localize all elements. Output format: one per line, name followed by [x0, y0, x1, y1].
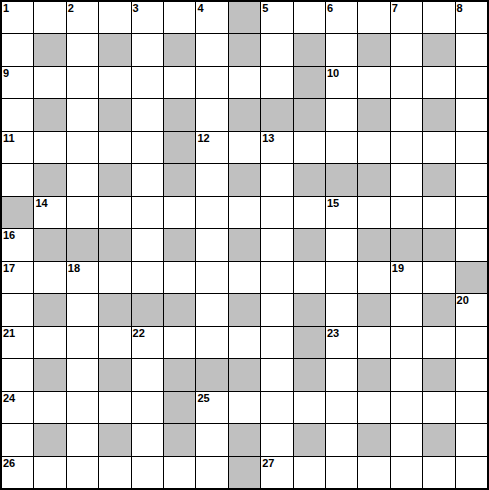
open-cell-r14c9[interactable] [294, 457, 325, 488]
blocked-cell-r11c3 [99, 359, 130, 390]
open-cell-r12c1[interactable] [34, 392, 65, 423]
blocked-cell-r9c3 [99, 294, 130, 325]
open-cell-r1c12[interactable] [391, 34, 422, 65]
open-cell-r6c6[interactable] [196, 197, 227, 228]
blocked-cell-r3c1 [34, 99, 65, 130]
open-cell-r7c10[interactable] [326, 229, 357, 260]
blocked-cell-r3c9 [294, 99, 325, 130]
blocked-cell-r13c1 [34, 424, 65, 455]
open-cell-r6c1[interactable]: 14 [34, 197, 65, 228]
blocked-cell-r9c9 [294, 294, 325, 325]
open-cell-r4c13[interactable] [423, 132, 454, 163]
open-cell-r9c2[interactable] [67, 294, 98, 325]
open-cell-r6c8[interactable] [261, 197, 292, 228]
open-cell-r4c4[interactable] [132, 132, 163, 163]
open-cell-r0c0[interactable]: 1 [2, 2, 33, 33]
blocked-cell-r8c14 [456, 262, 487, 293]
open-cell-r0c5[interactable] [164, 2, 195, 33]
open-cell-r8c0[interactable]: 17 [2, 262, 33, 293]
open-cell-r14c6[interactable] [196, 457, 227, 488]
open-cell-r1c8[interactable] [261, 34, 292, 65]
blocked-cell-r5c3 [99, 164, 130, 195]
blocked-cell-r11c1 [34, 359, 65, 390]
clue-number-20: 20 [457, 294, 469, 306]
open-cell-r1c0[interactable] [2, 34, 33, 65]
open-cell-r12c6[interactable]: 25 [196, 392, 227, 423]
open-cell-r13c12[interactable] [391, 424, 422, 455]
open-cell-r1c10[interactable] [326, 34, 357, 65]
open-cell-r5c12[interactable] [391, 164, 422, 195]
open-cell-r9c10[interactable] [326, 294, 357, 325]
open-cell-r10c4[interactable]: 22 [132, 327, 163, 358]
open-cell-r10c2[interactable] [67, 327, 98, 358]
blocked-cell-r6c0 [2, 197, 33, 228]
open-cell-r11c10[interactable] [326, 359, 357, 390]
blocked-cell-r9c7 [229, 294, 260, 325]
open-cell-r8c6[interactable] [196, 262, 227, 293]
open-cell-r6c3[interactable] [99, 197, 130, 228]
open-cell-r5c0[interactable] [2, 164, 33, 195]
open-cell-r8c13[interactable] [423, 262, 454, 293]
open-cell-r10c7[interactable] [229, 327, 260, 358]
clue-number-9: 9 [3, 67, 9, 79]
open-cell-r4c6[interactable]: 12 [196, 132, 227, 163]
open-cell-r0c14[interactable]: 8 [456, 2, 487, 33]
open-cell-r2c8[interactable] [261, 67, 292, 98]
open-cell-r2c7[interactable] [229, 67, 260, 98]
open-cell-r12c3[interactable] [99, 392, 130, 423]
open-cell-r8c10[interactable] [326, 262, 357, 293]
clue-number-25: 25 [197, 392, 209, 404]
open-cell-r0c1[interactable] [34, 2, 65, 33]
open-cell-r10c5[interactable] [164, 327, 195, 358]
clue-number-23: 23 [327, 327, 339, 339]
blocked-cell-r3c7 [229, 99, 260, 130]
open-cell-r8c12[interactable]: 19 [391, 262, 422, 293]
blocked-cell-r13c5 [164, 424, 195, 455]
open-cell-r10c8[interactable] [261, 327, 292, 358]
open-cell-r9c12[interactable] [391, 294, 422, 325]
open-cell-r8c1[interactable] [34, 262, 65, 293]
clue-number-15: 15 [327, 197, 339, 209]
open-cell-r10c6[interactable] [196, 327, 227, 358]
blocked-cell-r13c7 [229, 424, 260, 455]
open-cell-r2c3[interactable] [99, 67, 130, 98]
open-cell-r6c9[interactable] [294, 197, 325, 228]
open-cell-r5c2[interactable] [67, 164, 98, 195]
open-cell-r6c5[interactable] [164, 197, 195, 228]
open-cell-r6c4[interactable] [132, 197, 163, 228]
blocked-cell-r4c5 [164, 132, 195, 163]
crossword-grid: 1234567891011121314151617181920212223242… [0, 0, 489, 490]
open-cell-r5c4[interactable] [132, 164, 163, 195]
blocked-cell-r7c2 [67, 229, 98, 260]
open-cell-r7c4[interactable] [132, 229, 163, 260]
clue-number-22: 22 [133, 327, 145, 339]
clue-number-5: 5 [262, 2, 268, 14]
open-cell-r0c12[interactable]: 7 [391, 2, 422, 33]
open-cell-r13c6[interactable] [196, 424, 227, 455]
clue-number-13: 13 [262, 132, 274, 144]
open-cell-r14c8[interactable]: 27 [261, 457, 292, 488]
open-cell-r4c2[interactable] [67, 132, 98, 163]
open-cell-r10c11[interactable] [358, 327, 389, 358]
blocked-cell-r5c9 [294, 164, 325, 195]
open-cell-r1c14[interactable] [456, 34, 487, 65]
open-cell-r9c6[interactable] [196, 294, 227, 325]
open-cell-r9c8[interactable] [261, 294, 292, 325]
open-cell-r2c13[interactable] [423, 67, 454, 98]
open-cell-r13c8[interactable] [261, 424, 292, 455]
open-cell-r0c11[interactable] [358, 2, 389, 33]
clue-number-7: 7 [392, 2, 398, 14]
open-cell-r12c8[interactable] [261, 392, 292, 423]
blocked-cell-r13c13 [423, 424, 454, 455]
open-cell-r14c11[interactable] [358, 457, 389, 488]
open-cell-r12c4[interactable] [132, 392, 163, 423]
open-cell-r13c14[interactable] [456, 424, 487, 455]
open-cell-r0c8[interactable]: 5 [261, 2, 292, 33]
open-cell-r12c9[interactable] [294, 392, 325, 423]
open-cell-r3c12[interactable] [391, 99, 422, 130]
open-cell-r8c2[interactable]: 18 [67, 262, 98, 293]
open-cell-r6c7[interactable] [229, 197, 260, 228]
blocked-cell-r11c6 [196, 359, 227, 390]
blocked-cell-r11c11 [358, 359, 389, 390]
open-cell-r8c11[interactable] [358, 262, 389, 293]
open-cell-r8c8[interactable] [261, 262, 292, 293]
open-cell-r2c10[interactable]: 10 [326, 67, 357, 98]
clue-number-16: 16 [3, 229, 15, 241]
open-cell-r2c6[interactable] [196, 67, 227, 98]
open-cell-r4c7[interactable] [229, 132, 260, 163]
open-cell-r2c1[interactable] [34, 67, 65, 98]
open-cell-r3c2[interactable] [67, 99, 98, 130]
blocked-cell-r5c7 [229, 164, 260, 195]
open-cell-r4c9[interactable] [294, 132, 325, 163]
blocked-cell-r2c9 [294, 67, 325, 98]
open-cell-r2c4[interactable] [132, 67, 163, 98]
open-cell-r10c1[interactable] [34, 327, 65, 358]
blocked-cell-r3c11 [358, 99, 389, 130]
open-cell-r0c2[interactable]: 2 [67, 2, 98, 33]
open-cell-r10c0[interactable]: 21 [2, 327, 33, 358]
open-cell-r3c0[interactable] [2, 99, 33, 130]
blocked-cell-r9c13 [423, 294, 454, 325]
open-cell-r14c10[interactable] [326, 457, 357, 488]
open-cell-r4c11[interactable] [358, 132, 389, 163]
blocked-cell-r13c3 [99, 424, 130, 455]
open-cell-r11c12[interactable] [391, 359, 422, 390]
blocked-cell-r7c1 [34, 229, 65, 260]
open-cell-r0c10[interactable]: 6 [326, 2, 357, 33]
open-cell-r14c2[interactable] [67, 457, 98, 488]
open-cell-r1c4[interactable] [132, 34, 163, 65]
blocked-cell-r3c8 [261, 99, 292, 130]
clue-number-19: 19 [392, 262, 404, 274]
blocked-cell-r1c13 [423, 34, 454, 65]
open-cell-r12c13[interactable] [423, 392, 454, 423]
open-cell-r1c2[interactable] [67, 34, 98, 65]
clue-number-18: 18 [68, 262, 80, 274]
open-cell-r10c12[interactable] [391, 327, 422, 358]
open-cell-r11c14[interactable] [456, 359, 487, 390]
open-cell-r6c2[interactable] [67, 197, 98, 228]
open-cell-r11c8[interactable] [261, 359, 292, 390]
blocked-cell-r9c11 [358, 294, 389, 325]
clue-number-2: 2 [68, 2, 74, 14]
clue-number-24: 24 [3, 392, 15, 404]
open-cell-r1c6[interactable] [196, 34, 227, 65]
blocked-cell-r9c4 [132, 294, 163, 325]
clue-number-17: 17 [3, 262, 15, 274]
blocked-cell-r5c5 [164, 164, 195, 195]
blocked-cell-r11c7 [229, 359, 260, 390]
blocked-cell-r1c1 [34, 34, 65, 65]
open-cell-r12c11[interactable] [358, 392, 389, 423]
blocked-cell-r7c5 [164, 229, 195, 260]
open-cell-r9c14[interactable]: 20 [456, 294, 487, 325]
blocked-cell-r0c7 [229, 2, 260, 33]
open-cell-r12c2[interactable] [67, 392, 98, 423]
blocked-cell-r14c7 [229, 457, 260, 488]
open-cell-r0c4[interactable]: 3 [132, 2, 163, 33]
clue-number-6: 6 [327, 2, 333, 14]
clue-number-12: 12 [197, 132, 209, 144]
open-cell-r6c14[interactable] [456, 197, 487, 228]
open-cell-r2c11[interactable] [358, 67, 389, 98]
open-cell-r10c14[interactable] [456, 327, 487, 358]
blocked-cell-r1c5 [164, 34, 195, 65]
open-cell-r12c7[interactable] [229, 392, 260, 423]
open-cell-r6c11[interactable] [358, 197, 389, 228]
open-cell-r8c5[interactable] [164, 262, 195, 293]
blocked-cell-r7c7 [229, 229, 260, 260]
blocked-cell-r11c5 [164, 359, 195, 390]
blocked-cell-r5c11 [358, 164, 389, 195]
open-cell-r0c3[interactable] [99, 2, 130, 33]
open-cell-r5c14[interactable] [456, 164, 487, 195]
open-cell-r14c4[interactable] [132, 457, 163, 488]
open-cell-r8c7[interactable] [229, 262, 260, 293]
open-cell-r3c10[interactable] [326, 99, 357, 130]
open-cell-r8c4[interactable] [132, 262, 163, 293]
clue-number-4: 4 [197, 2, 203, 14]
blocked-cell-r7c3 [99, 229, 130, 260]
open-cell-r4c12[interactable] [391, 132, 422, 163]
blocked-cell-r11c13 [423, 359, 454, 390]
open-cell-r14c12[interactable] [391, 457, 422, 488]
blocked-cell-r7c11 [358, 229, 389, 260]
clue-number-27: 27 [262, 457, 274, 469]
open-cell-r13c2[interactable] [67, 424, 98, 455]
clue-number-3: 3 [133, 2, 139, 14]
open-cell-r4c1[interactable] [34, 132, 65, 163]
clue-number-8: 8 [457, 2, 463, 14]
open-cell-r7c8[interactable] [261, 229, 292, 260]
blocked-cell-r3c13 [423, 99, 454, 130]
open-cell-r0c13[interactable] [423, 2, 454, 33]
open-cell-r4c3[interactable] [99, 132, 130, 163]
open-cell-r7c14[interactable] [456, 229, 487, 260]
open-cell-r12c12[interactable] [391, 392, 422, 423]
blocked-cell-r10c9 [294, 327, 325, 358]
open-cell-r6c13[interactable] [423, 197, 454, 228]
open-cell-r14c0[interactable]: 26 [2, 457, 33, 488]
open-cell-r7c0[interactable]: 16 [2, 229, 33, 260]
blocked-cell-r1c9 [294, 34, 325, 65]
open-cell-r6c10[interactable]: 15 [326, 197, 357, 228]
open-cell-r14c1[interactable] [34, 457, 65, 488]
open-cell-r8c9[interactable] [294, 262, 325, 293]
open-cell-r0c9[interactable] [294, 2, 325, 33]
open-cell-r4c0[interactable]: 11 [2, 132, 33, 163]
blocked-cell-r1c3 [99, 34, 130, 65]
blocked-cell-r13c11 [358, 424, 389, 455]
blocked-cell-r7c12 [391, 229, 422, 260]
open-cell-r10c3[interactable] [99, 327, 130, 358]
open-cell-r13c4[interactable] [132, 424, 163, 455]
open-cell-r8c3[interactable] [99, 262, 130, 293]
open-cell-r13c0[interactable] [2, 424, 33, 455]
blocked-cell-r1c7 [229, 34, 260, 65]
open-cell-r4c8[interactable]: 13 [261, 132, 292, 163]
open-cell-r2c12[interactable] [391, 67, 422, 98]
open-cell-r2c5[interactable] [164, 67, 195, 98]
blocked-cell-r7c13 [423, 229, 454, 260]
open-cell-r12c14[interactable] [456, 392, 487, 423]
open-cell-r9c0[interactable] [2, 294, 33, 325]
blocked-cell-r7c9 [294, 229, 325, 260]
blocked-cell-r13c9 [294, 424, 325, 455]
open-cell-r14c3[interactable] [99, 457, 130, 488]
blocked-cell-r12c5 [164, 392, 195, 423]
open-cell-r2c2[interactable] [67, 67, 98, 98]
clue-number-11: 11 [3, 132, 15, 144]
clue-number-1: 1 [3, 2, 9, 14]
open-cell-r5c6[interactable] [196, 164, 227, 195]
clue-number-14: 14 [35, 197, 47, 209]
blocked-cell-r9c1 [34, 294, 65, 325]
open-cell-r2c0[interactable]: 9 [2, 67, 33, 98]
open-cell-r13c10[interactable] [326, 424, 357, 455]
open-cell-r12c10[interactable] [326, 392, 357, 423]
blocked-cell-r11c9 [294, 359, 325, 390]
blocked-cell-r5c13 [423, 164, 454, 195]
open-cell-r11c4[interactable] [132, 359, 163, 390]
open-cell-r3c4[interactable] [132, 99, 163, 130]
clue-number-21: 21 [3, 327, 15, 339]
open-cell-r10c13[interactable] [423, 327, 454, 358]
open-cell-r3c6[interactable] [196, 99, 227, 130]
open-cell-r14c13[interactable] [423, 457, 454, 488]
open-cell-r2c14[interactable] [456, 67, 487, 98]
blocked-cell-r9c5 [164, 294, 195, 325]
open-cell-r12c0[interactable]: 24 [2, 392, 33, 423]
open-cell-r14c14[interactable] [456, 457, 487, 488]
clue-number-26: 26 [3, 457, 15, 469]
blocked-cell-r5c10 [326, 164, 357, 195]
open-cell-r0c6[interactable]: 4 [196, 2, 227, 33]
blocked-cell-r1c11 [358, 34, 389, 65]
open-cell-r11c0[interactable] [2, 359, 33, 390]
blocked-cell-r3c5 [164, 99, 195, 130]
open-cell-r3c14[interactable] [456, 99, 487, 130]
open-cell-r14c5[interactable] [164, 457, 195, 488]
blocked-cell-r5c1 [34, 164, 65, 195]
clue-number-10: 10 [327, 67, 339, 79]
open-cell-r7c6[interactable] [196, 229, 227, 260]
open-cell-r5c8[interactable] [261, 164, 292, 195]
open-cell-r4c14[interactable] [456, 132, 487, 163]
blocked-cell-r3c3 [99, 99, 130, 130]
open-cell-r4c10[interactable] [326, 132, 357, 163]
open-cell-r6c12[interactable] [391, 197, 422, 228]
open-cell-r10c10[interactable]: 23 [326, 327, 357, 358]
open-cell-r11c2[interactable] [67, 359, 98, 390]
